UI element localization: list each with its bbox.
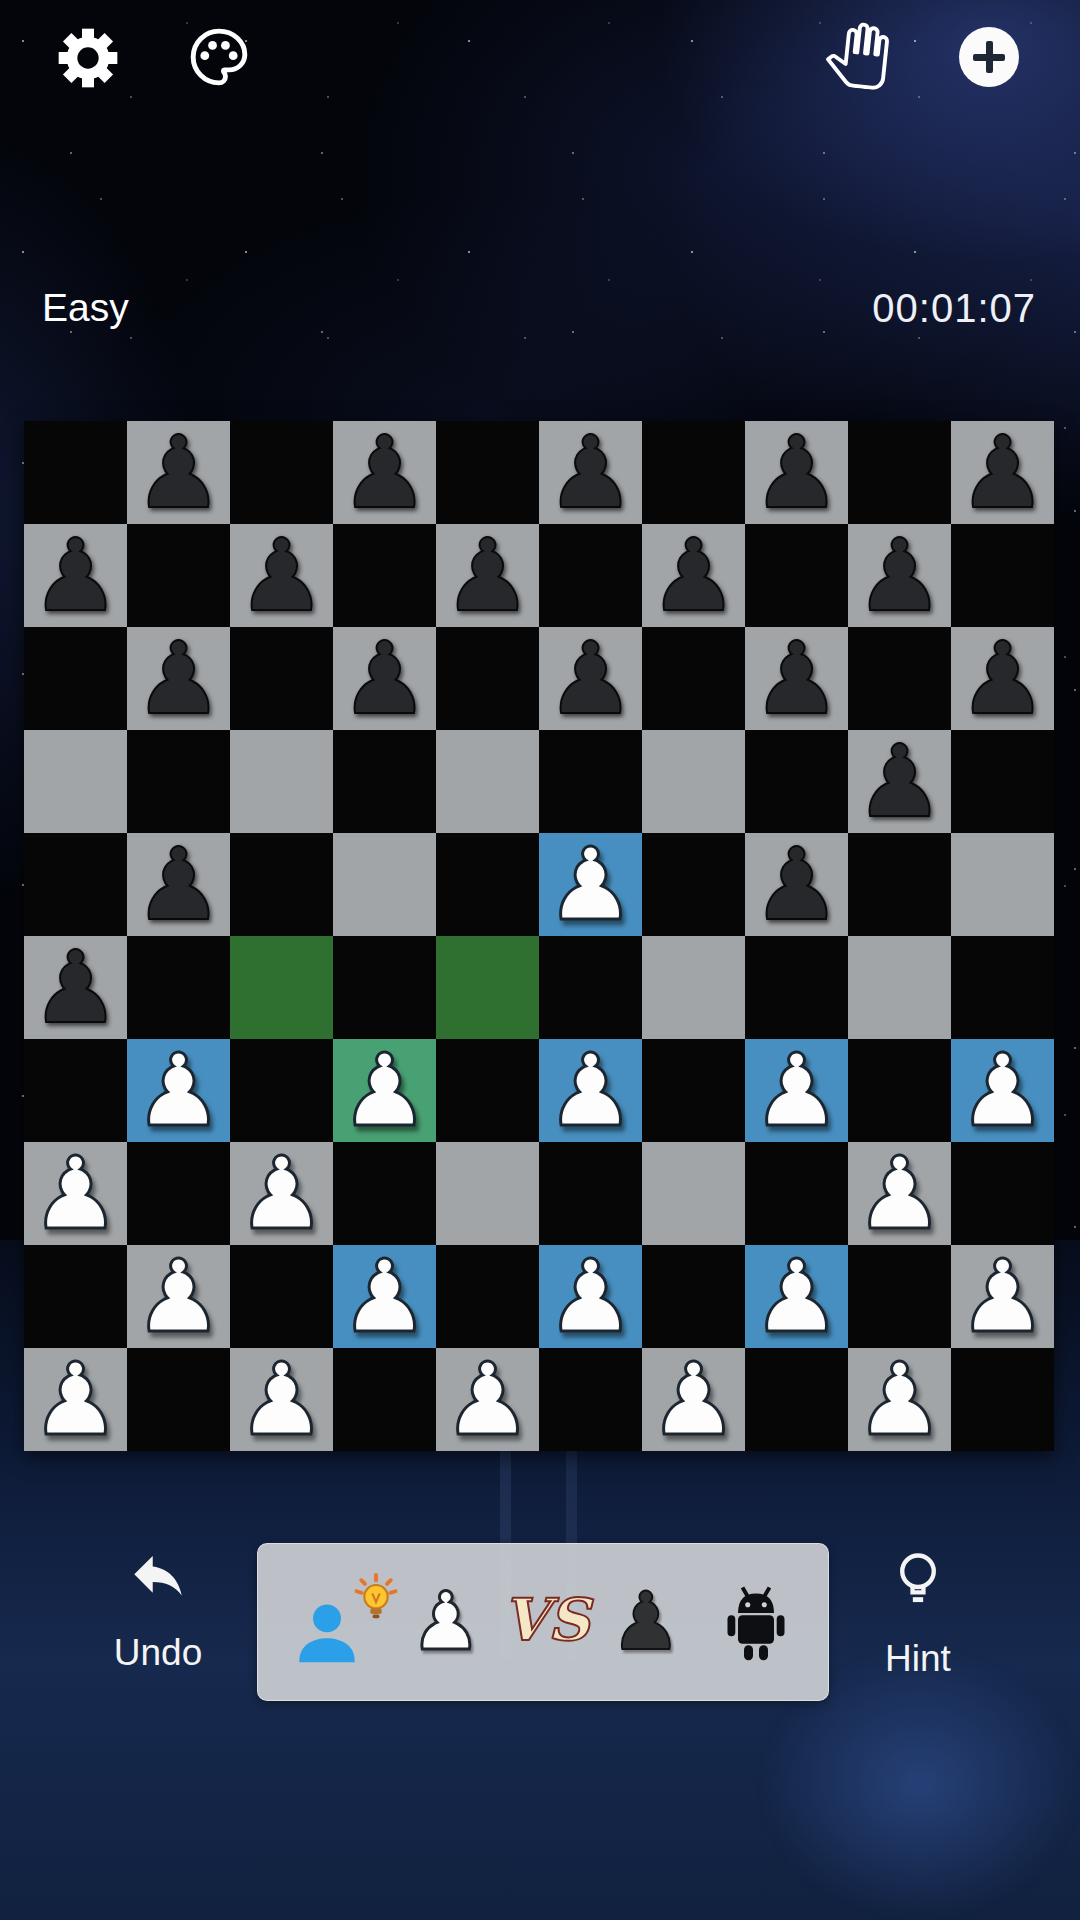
black-pawn: ♟ (340, 421, 430, 524)
board-cell[interactable]: ♟ (848, 1348, 951, 1451)
game-timer: 00:01:07 (872, 286, 1036, 331)
black-pawn: ♟ (134, 421, 224, 524)
board-cell[interactable] (436, 1039, 539, 1142)
board-cell[interactable]: ♟ (539, 421, 642, 524)
board-cell[interactable] (539, 524, 642, 627)
board-cell[interactable] (127, 1348, 230, 1451)
white-pawn: ♟ (134, 1039, 224, 1142)
board-cell[interactable]: ♟ (24, 524, 127, 627)
hint-bulb-icon (350, 1572, 402, 1630)
board-cell[interactable]: ♟ (745, 1039, 848, 1142)
board-cell[interactable] (642, 1245, 745, 1348)
board-cell[interactable]: ♟ (24, 1348, 127, 1451)
black-pawn: ♟ (649, 524, 739, 627)
board-cell[interactable]: ♟ (333, 421, 436, 524)
white-pawn: ♟ (31, 1142, 121, 1245)
board-cell[interactable] (642, 421, 745, 524)
white-pawn-icon: ♟ (410, 1582, 482, 1662)
undo-arrow-icon (125, 1548, 191, 1606)
board-cell[interactable]: ♟ (642, 1348, 745, 1451)
board-cell[interactable] (436, 833, 539, 936)
board-cell[interactable] (127, 730, 230, 833)
board-cell[interactable] (24, 1245, 127, 1348)
black-pawn-icon: ♟ (610, 1582, 682, 1662)
board-cell[interactable] (436, 1142, 539, 1245)
white-pawn: ♟ (752, 1245, 842, 1348)
board-cell[interactable]: ♟ (436, 1348, 539, 1451)
undo-label: Undo (96, 1632, 220, 1674)
board-cell[interactable] (436, 1245, 539, 1348)
board-cell[interactable]: ♟ (539, 1039, 642, 1142)
board-cell[interactable] (333, 524, 436, 627)
theme-button[interactable] (188, 26, 250, 88)
white-pawn: ♟ (237, 1142, 327, 1245)
white-pawn: ♟ (958, 1245, 1048, 1348)
board-cell[interactable] (642, 730, 745, 833)
board-cell[interactable] (539, 1348, 642, 1451)
board-cell[interactable] (436, 627, 539, 730)
white-pawn: ♟ (237, 1348, 327, 1451)
board-cell[interactable]: ♟ (127, 627, 230, 730)
black-pawn: ♟ (546, 627, 636, 730)
board-cell[interactable] (642, 833, 745, 936)
board-cell[interactable]: ♟ (848, 1142, 951, 1245)
board-cell[interactable]: ♟ (24, 936, 127, 1039)
board-cell[interactable]: ♟ (127, 833, 230, 936)
board-cell[interactable] (848, 1039, 951, 1142)
white-pawn: ♟ (31, 1348, 121, 1451)
board-cell[interactable] (539, 730, 642, 833)
gear-icon (56, 26, 120, 90)
black-pawn: ♟ (134, 627, 224, 730)
board-cell[interactable] (436, 936, 539, 1039)
hint-button[interactable]: Hint (858, 1548, 978, 1680)
board-cell[interactable] (333, 936, 436, 1039)
board-cell[interactable]: ♟ (951, 1245, 1054, 1348)
white-pawn: ♟ (649, 1348, 739, 1451)
board-cell[interactable] (230, 833, 333, 936)
board-cell[interactable]: ♟ (127, 421, 230, 524)
board-cell[interactable] (333, 1142, 436, 1245)
board-cell[interactable]: ♟ (333, 1245, 436, 1348)
black-pawn: ♟ (752, 421, 842, 524)
board-cell[interactable] (333, 1348, 436, 1451)
board-cell[interactable]: ♟ (745, 833, 848, 936)
android-robot-icon (720, 1578, 792, 1666)
board-cell[interactable]: ♟ (333, 1039, 436, 1142)
black-pawn: ♟ (237, 524, 327, 627)
board-cell[interactable] (230, 1245, 333, 1348)
white-pawn: ♟ (958, 1039, 1048, 1142)
board-cell[interactable] (230, 1039, 333, 1142)
board-cell[interactable] (24, 421, 127, 524)
board-cell[interactable] (127, 1142, 230, 1245)
app-screen: Easy 00:01:07 ♟♟♟♟♟♟♟♟♟♟♟♟♟♟♟♟♟♟♟♟♟♟♟♟♟♟… (0, 0, 1080, 1920)
board-cell[interactable] (642, 1142, 745, 1245)
black-pawn: ♟ (958, 421, 1048, 524)
board-cell[interactable] (24, 627, 127, 730)
board-cell[interactable]: ♟ (333, 627, 436, 730)
board-cell[interactable]: ♟ (745, 421, 848, 524)
players-vs-panel: ♟ VS ♟ (257, 1543, 829, 1701)
white-pawn: ♟ (546, 833, 636, 936)
board-cell[interactable] (951, 730, 1054, 833)
board-cell[interactable]: ♟ (436, 524, 539, 627)
board-cell[interactable]: ♟ (539, 833, 642, 936)
board-cell[interactable] (333, 833, 436, 936)
difficulty-label: Easy (42, 286, 129, 330)
vs-label: VS (496, 1586, 596, 1654)
board-cell[interactable] (848, 936, 951, 1039)
board-cell[interactable] (127, 524, 230, 627)
black-pawn: ♟ (340, 627, 430, 730)
board-cell[interactable] (848, 627, 951, 730)
board-cell[interactable] (951, 1142, 1054, 1245)
lightbulb-icon (887, 1548, 949, 1612)
black-pawn: ♟ (134, 833, 224, 936)
board-cell[interactable] (951, 936, 1054, 1039)
board-cell[interactable] (539, 936, 642, 1039)
hint-label: Hint (858, 1638, 978, 1680)
board-cell[interactable] (848, 421, 951, 524)
board-cell[interactable] (24, 730, 127, 833)
palette-icon (188, 26, 250, 88)
board-cell[interactable] (436, 730, 539, 833)
white-pawn: ♟ (443, 1348, 533, 1451)
board-cell[interactable] (745, 524, 848, 627)
hand-icon (823, 19, 892, 91)
board-cell[interactable] (230, 936, 333, 1039)
board-cell[interactable]: ♟ (642, 524, 745, 627)
board: ♟♟♟♟♟♟♟♟♟♟♟♟♟♟♟♟♟♟♟♟♟♟♟♟♟♟♟♟♟♟♟♟♟♟♟♟♟♟ (24, 421, 1054, 1451)
board-cell[interactable] (745, 936, 848, 1039)
board-cell[interactable] (951, 524, 1054, 627)
black-pawn: ♟ (443, 524, 533, 627)
android-player-indicator (720, 1578, 792, 1666)
board-cell[interactable] (333, 730, 436, 833)
black-pawn: ♟ (752, 833, 842, 936)
board-cell[interactable]: ♟ (848, 730, 951, 833)
board-cell[interactable] (24, 1039, 127, 1142)
board-cell[interactable]: ♟ (230, 1348, 333, 1451)
board-cell[interactable]: ♟ (951, 1039, 1054, 1142)
white-pawn: ♟ (546, 1245, 636, 1348)
undo-button[interactable]: Undo (96, 1548, 220, 1674)
settings-button[interactable] (56, 26, 120, 90)
black-pawn: ♟ (752, 627, 842, 730)
white-pawn: ♟ (340, 1245, 430, 1348)
board-cell[interactable] (745, 1348, 848, 1451)
black-pawn: ♟ (855, 730, 945, 833)
board-cell[interactable] (642, 1039, 745, 1142)
black-pawn: ♟ (31, 524, 121, 627)
board-cell[interactable] (230, 730, 333, 833)
board-cell[interactable]: ♟ (127, 1245, 230, 1348)
board-cell[interactable] (745, 1142, 848, 1245)
board-cell[interactable] (848, 1245, 951, 1348)
board-cell[interactable] (436, 421, 539, 524)
human-player-indicator (288, 1572, 398, 1676)
board-cell[interactable]: ♟ (745, 627, 848, 730)
board-cell[interactable] (24, 833, 127, 936)
board-cell[interactable] (230, 421, 333, 524)
board-cell[interactable]: ♟ (848, 524, 951, 627)
new-game-button[interactable] (959, 27, 1019, 87)
black-pawn: ♟ (855, 524, 945, 627)
board-cell[interactable] (951, 1348, 1054, 1451)
board-cell[interactable] (230, 627, 333, 730)
board-cell[interactable] (642, 627, 745, 730)
board-cell[interactable] (745, 730, 848, 833)
black-pawn: ♟ (546, 421, 636, 524)
black-pawn: ♟ (958, 627, 1048, 730)
white-pawn: ♟ (752, 1039, 842, 1142)
board-cell[interactable] (642, 936, 745, 1039)
board-cell[interactable]: ♟ (539, 1245, 642, 1348)
board-cell[interactable]: ♟ (24, 1142, 127, 1245)
board-cell[interactable]: ♟ (127, 1039, 230, 1142)
board-cell[interactable]: ♟ (539, 627, 642, 730)
board-cell[interactable] (848, 833, 951, 936)
white-pawn: ♟ (340, 1039, 430, 1142)
board-cell[interactable] (127, 936, 230, 1039)
board-cell[interactable]: ♟ (230, 524, 333, 627)
white-pawn: ♟ (855, 1348, 945, 1451)
board-cell[interactable]: ♟ (951, 421, 1054, 524)
white-pawn: ♟ (855, 1142, 945, 1245)
board-cell[interactable] (539, 1142, 642, 1245)
board-cell[interactable]: ♟ (951, 627, 1054, 730)
white-pawn: ♟ (134, 1245, 224, 1348)
white-pawn: ♟ (546, 1039, 636, 1142)
pause-button[interactable] (826, 22, 888, 88)
board-cell[interactable]: ♟ (745, 1245, 848, 1348)
board-cell[interactable] (951, 833, 1054, 936)
black-pawn: ♟ (31, 936, 121, 1039)
board-cell[interactable]: ♟ (230, 1142, 333, 1245)
